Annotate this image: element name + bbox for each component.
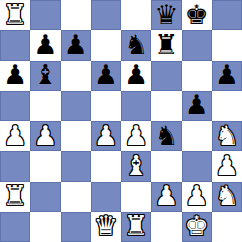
square-c6[interactable] — [61, 61, 91, 91]
piece-black-pawn: ♟ — [64, 31, 88, 58]
square-d7[interactable] — [91, 30, 121, 60]
square-h8[interactable] — [212, 0, 242, 30]
square-g6[interactable] — [182, 61, 212, 91]
square-d4[interactable]: ♟ — [91, 121, 121, 151]
square-h1[interactable] — [212, 212, 242, 242]
square-a3[interactable] — [0, 151, 30, 181]
square-e2[interactable] — [121, 182, 151, 212]
square-h4[interactable]: ♞ — [212, 121, 242, 151]
square-a7[interactable] — [0, 30, 30, 60]
square-b7[interactable]: ♟ — [30, 30, 60, 60]
square-c7[interactable]: ♟ — [61, 30, 91, 60]
square-c8[interactable] — [61, 0, 91, 30]
square-f3[interactable] — [151, 151, 181, 181]
piece-black-pawn: ♟ — [185, 91, 209, 118]
square-d8[interactable] — [91, 0, 121, 30]
piece-white-pawn: ♟ — [94, 122, 118, 149]
piece-white-pawn: ♟ — [124, 122, 148, 149]
piece-white-pawn: ♟ — [3, 122, 27, 149]
square-g1[interactable]: ♚ — [182, 212, 212, 242]
square-d1[interactable]: ♛ — [91, 212, 121, 242]
piece-black-pawn: ♟ — [33, 31, 57, 58]
piece-black-pawn: ♟ — [3, 61, 27, 88]
square-a8[interactable]: ♜ — [0, 0, 30, 30]
piece-black-knight: ♞ — [124, 31, 148, 58]
square-b3[interactable] — [30, 151, 60, 181]
square-d6[interactable]: ♟ — [91, 61, 121, 91]
square-b4[interactable]: ♟ — [30, 121, 60, 151]
square-h6[interactable]: ♟ — [212, 61, 242, 91]
square-e6[interactable]: ♟ — [121, 61, 151, 91]
square-a4[interactable]: ♟ — [0, 121, 30, 151]
square-d5[interactable] — [91, 91, 121, 121]
chess-board: ♜♛♚♟♟♞♜♟♝♟♟♟♟♟♟♟♟♞♞♝♟♜♟♟♞♛♜♚ — [0, 0, 242, 242]
piece-white-pawn: ♟ — [215, 152, 239, 179]
square-h5[interactable] — [212, 91, 242, 121]
square-b1[interactable] — [30, 212, 60, 242]
square-g4[interactable] — [182, 121, 212, 151]
square-f4[interactable]: ♞ — [151, 121, 181, 151]
square-e5[interactable] — [121, 91, 151, 121]
square-b8[interactable] — [30, 0, 60, 30]
square-f8[interactable]: ♛ — [151, 0, 181, 30]
square-d3[interactable] — [91, 151, 121, 181]
square-e7[interactable]: ♞ — [121, 30, 151, 60]
square-e3[interactable]: ♝ — [121, 151, 151, 181]
square-a5[interactable] — [0, 91, 30, 121]
piece-white-bishop: ♝ — [124, 152, 148, 179]
square-g3[interactable] — [182, 151, 212, 181]
piece-white-rook: ♜ — [3, 1, 27, 28]
piece-black-rook: ♜ — [154, 31, 178, 58]
square-a2[interactable]: ♜ — [0, 182, 30, 212]
piece-black-pawn: ♟ — [94, 61, 118, 88]
square-f6[interactable] — [151, 61, 181, 91]
square-b5[interactable] — [30, 91, 60, 121]
square-h2[interactable]: ♞ — [212, 182, 242, 212]
square-e1[interactable]: ♜ — [121, 212, 151, 242]
piece-black-bishop: ♝ — [33, 61, 57, 88]
piece-black-king: ♚ — [185, 1, 209, 28]
square-a6[interactable]: ♟ — [0, 61, 30, 91]
square-g5[interactable]: ♟ — [182, 91, 212, 121]
piece-white-pawn: ♟ — [154, 182, 178, 209]
piece-white-pawn: ♟ — [33, 122, 57, 149]
square-f5[interactable] — [151, 91, 181, 121]
square-b6[interactable]: ♝ — [30, 61, 60, 91]
square-f1[interactable] — [151, 212, 181, 242]
square-c3[interactable] — [61, 151, 91, 181]
piece-black-knight: ♞ — [154, 122, 178, 149]
square-e8[interactable] — [121, 0, 151, 30]
square-e4[interactable]: ♟ — [121, 121, 151, 151]
square-g7[interactable] — [182, 30, 212, 60]
square-c2[interactable] — [61, 182, 91, 212]
square-a1[interactable] — [0, 212, 30, 242]
piece-white-knight: ♞ — [215, 182, 239, 209]
square-h7[interactable] — [212, 30, 242, 60]
piece-white-rook: ♜ — [3, 182, 27, 209]
square-d2[interactable] — [91, 182, 121, 212]
square-g2[interactable]: ♟ — [182, 182, 212, 212]
square-g8[interactable]: ♚ — [182, 0, 212, 30]
piece-black-pawn: ♟ — [215, 61, 239, 88]
square-f2[interactable]: ♟ — [151, 182, 181, 212]
square-c1[interactable] — [61, 212, 91, 242]
square-b2[interactable] — [30, 182, 60, 212]
piece-black-queen: ♛ — [154, 1, 178, 28]
square-h3[interactable]: ♟ — [212, 151, 242, 181]
piece-white-pawn: ♟ — [185, 182, 209, 209]
piece-white-king: ♚ — [185, 212, 209, 239]
piece-white-rook: ♜ — [124, 212, 148, 239]
square-c4[interactable] — [61, 121, 91, 151]
piece-white-queen: ♛ — [94, 212, 118, 239]
piece-white-knight: ♞ — [215, 122, 239, 149]
square-f7[interactable]: ♜ — [151, 30, 181, 60]
square-c5[interactable] — [61, 91, 91, 121]
piece-black-pawn: ♟ — [124, 61, 148, 88]
